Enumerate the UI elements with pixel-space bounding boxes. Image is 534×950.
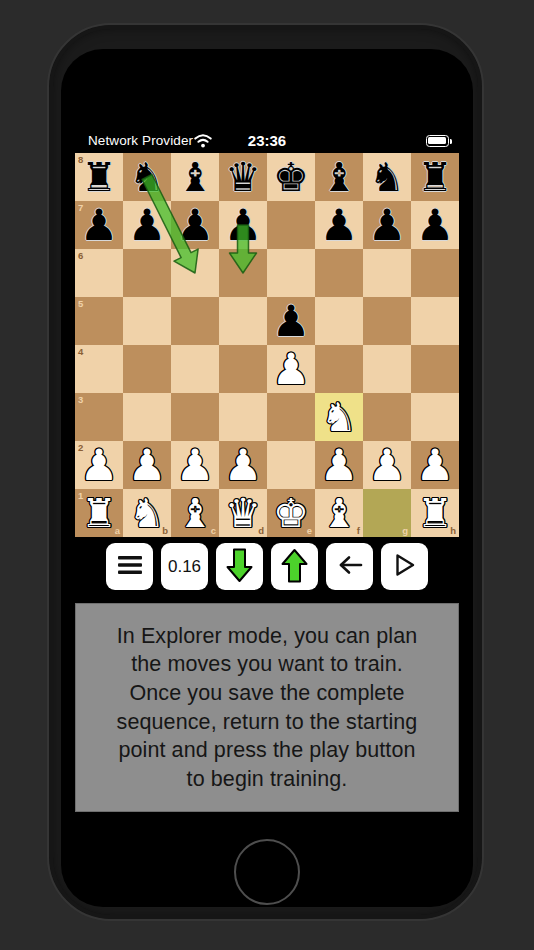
square-a8[interactable]: 8♜ — [75, 153, 123, 201]
play-icon — [394, 553, 416, 580]
instruction-line: to begin training. — [76, 765, 458, 794]
piece-black-pawn: ♟ — [123, 201, 171, 249]
piece-white-pawn: ♟ — [363, 441, 411, 489]
square-f3[interactable]: ♞ — [315, 393, 363, 441]
piece-black-pawn: ♟ — [267, 297, 315, 345]
square-e5[interactable]: ♟ — [267, 297, 315, 345]
piece-white-pawn: ♟ — [267, 345, 315, 393]
square-b4[interactable] — [123, 345, 171, 393]
square-f8[interactable]: ♝ — [315, 153, 363, 201]
piece-black-bishop: ♝ — [315, 153, 363, 201]
rank-label-4: 4 — [78, 347, 83, 357]
clock-label: 23:36 — [75, 132, 459, 149]
square-d3[interactable] — [219, 393, 267, 441]
square-a5[interactable]: 5 — [75, 297, 123, 345]
square-f4[interactable] — [315, 345, 363, 393]
piece-white-pawn: ♟ — [171, 441, 219, 489]
piece-white-bishop: ♝ — [315, 489, 363, 537]
square-c3[interactable] — [171, 393, 219, 441]
piece-black-pawn: ♟ — [363, 201, 411, 249]
square-e7[interactable] — [267, 201, 315, 249]
square-d4[interactable] — [219, 345, 267, 393]
square-b7[interactable]: ♟ — [123, 201, 171, 249]
square-g5[interactable] — [363, 297, 411, 345]
piece-black-pawn: ♟ — [75, 201, 123, 249]
battery-icon — [426, 135, 453, 147]
square-f6[interactable] — [315, 249, 363, 297]
app-background: Network Provider 23:36 8♜♞♝♛♚♝♞♜7♟♟♟♟♟♟♟… — [0, 0, 534, 950]
square-g3[interactable] — [363, 393, 411, 441]
square-h7[interactable]: ♟ — [411, 201, 459, 249]
square-c1[interactable]: c♝ — [171, 489, 219, 537]
piece-black-king: ♚ — [267, 153, 315, 201]
square-a2[interactable]: 2♟ — [75, 441, 123, 489]
piece-black-pawn: ♟ — [171, 201, 219, 249]
square-a3[interactable]: 3 — [75, 393, 123, 441]
arrow-down-button[interactable] — [216, 543, 263, 590]
square-e2[interactable] — [267, 441, 315, 489]
square-c6[interactable] — [171, 249, 219, 297]
piece-white-pawn: ♟ — [123, 441, 171, 489]
piece-black-knight: ♞ — [363, 153, 411, 201]
piece-white-rook: ♜ — [411, 489, 459, 537]
square-g8[interactable]: ♞ — [363, 153, 411, 201]
square-g7[interactable]: ♟ — [363, 201, 411, 249]
square-b8[interactable]: ♞ — [123, 153, 171, 201]
piece-white-knight: ♞ — [315, 393, 363, 441]
square-d2[interactable]: ♟ — [219, 441, 267, 489]
square-e1[interactable]: e♚ — [267, 489, 315, 537]
square-g6[interactable] — [363, 249, 411, 297]
square-f7[interactable]: ♟ — [315, 201, 363, 249]
chess-board: 8♜♞♝♛♚♝♞♜7♟♟♟♟♟♟♟65♟4♟3♞2♟♟♟♟♟♟♟1a♜b♞c♝d… — [75, 153, 459, 537]
rank-label-5: 5 — [78, 299, 83, 309]
piece-white-rook: ♜ — [75, 489, 123, 537]
square-c7[interactable]: ♟ — [171, 201, 219, 249]
square-f1[interactable]: f♝ — [315, 489, 363, 537]
back-button[interactable] — [326, 543, 373, 590]
square-b1[interactable]: b♞ — [123, 489, 171, 537]
piece-white-pawn: ♟ — [219, 441, 267, 489]
square-e6[interactable] — [267, 249, 315, 297]
piece-black-rook: ♜ — [411, 153, 459, 201]
left-arrow-icon — [337, 555, 363, 578]
piece-black-pawn: ♟ — [219, 201, 267, 249]
play-button[interactable] — [381, 543, 428, 590]
square-c4[interactable] — [171, 345, 219, 393]
arrow-up-button[interactable] — [271, 543, 318, 590]
piece-black-pawn: ♟ — [411, 201, 459, 249]
square-h5[interactable] — [411, 297, 459, 345]
piece-white-pawn: ♟ — [411, 441, 459, 489]
instruction-panel: In Explorer mode, you can plan the moves… — [75, 603, 459, 812]
square-a6[interactable]: 6 — [75, 249, 123, 297]
square-a7[interactable]: 7♟ — [75, 201, 123, 249]
square-g2[interactable]: ♟ — [363, 441, 411, 489]
toolbar: 0.16 — [75, 543, 459, 590]
evaluation-display[interactable]: 0.16 — [161, 543, 208, 590]
evaluation-value: 0.16 — [168, 557, 201, 577]
rank-label-6: 6 — [78, 251, 83, 261]
square-h4[interactable] — [411, 345, 459, 393]
square-h6[interactable] — [411, 249, 459, 297]
piece-white-queen: ♛ — [219, 489, 267, 537]
piece-white-king: ♚ — [267, 489, 315, 537]
square-d7[interactable]: ♟ — [219, 201, 267, 249]
square-b3[interactable] — [123, 393, 171, 441]
square-b5[interactable] — [123, 297, 171, 345]
piece-black-bishop: ♝ — [171, 153, 219, 201]
instruction-line: Once you save the complete — [76, 679, 458, 708]
piece-black-queen: ♛ — [219, 153, 267, 201]
square-e4[interactable]: ♟ — [267, 345, 315, 393]
square-e3[interactable] — [267, 393, 315, 441]
file-label-g: g — [402, 526, 408, 536]
square-a1[interactable]: 1a♜ — [75, 489, 123, 537]
square-d5[interactable] — [219, 297, 267, 345]
square-a4[interactable]: 4 — [75, 345, 123, 393]
hamburger-icon — [118, 556, 142, 577]
instruction-line: point and press the play button — [76, 736, 458, 765]
square-g1[interactable]: g — [363, 489, 411, 537]
square-d8[interactable]: ♛ — [219, 153, 267, 201]
square-b6[interactable] — [123, 249, 171, 297]
piece-white-bishop: ♝ — [171, 489, 219, 537]
instruction-line: In Explorer mode, you can plan — [76, 622, 458, 651]
square-h8[interactable]: ♜ — [411, 153, 459, 201]
rank-label-3: 3 — [78, 395, 83, 405]
square-h3[interactable] — [411, 393, 459, 441]
square-f2[interactable]: ♟ — [315, 441, 363, 489]
instruction-line: the moves you want to train. — [76, 650, 458, 679]
piece-white-knight: ♞ — [123, 489, 171, 537]
square-c2[interactable]: ♟ — [171, 441, 219, 489]
square-c5[interactable] — [171, 297, 219, 345]
piece-white-pawn: ♟ — [315, 441, 363, 489]
instruction-line: sequence, return to the starting — [76, 708, 458, 737]
square-b2[interactable]: ♟ — [123, 441, 171, 489]
square-h1[interactable]: h♜ — [411, 489, 459, 537]
status-bar: Network Provider 23:36 — [75, 128, 459, 154]
square-h2[interactable]: ♟ — [411, 441, 459, 489]
square-c8[interactable]: ♝ — [171, 153, 219, 201]
menu-button[interactable] — [106, 543, 153, 590]
green-up-arrow-icon — [281, 548, 308, 586]
piece-white-pawn: ♟ — [75, 441, 123, 489]
home-button[interactable] — [234, 839, 300, 905]
piece-black-knight: ♞ — [123, 153, 171, 201]
green-down-arrow-icon — [226, 548, 253, 586]
square-d1[interactable]: d♛ — [219, 489, 267, 537]
square-d6[interactable] — [219, 249, 267, 297]
square-f5[interactable] — [315, 297, 363, 345]
piece-black-rook: ♜ — [75, 153, 123, 201]
piece-black-pawn: ♟ — [315, 201, 363, 249]
square-g4[interactable] — [363, 345, 411, 393]
square-e8[interactable]: ♚ — [267, 153, 315, 201]
